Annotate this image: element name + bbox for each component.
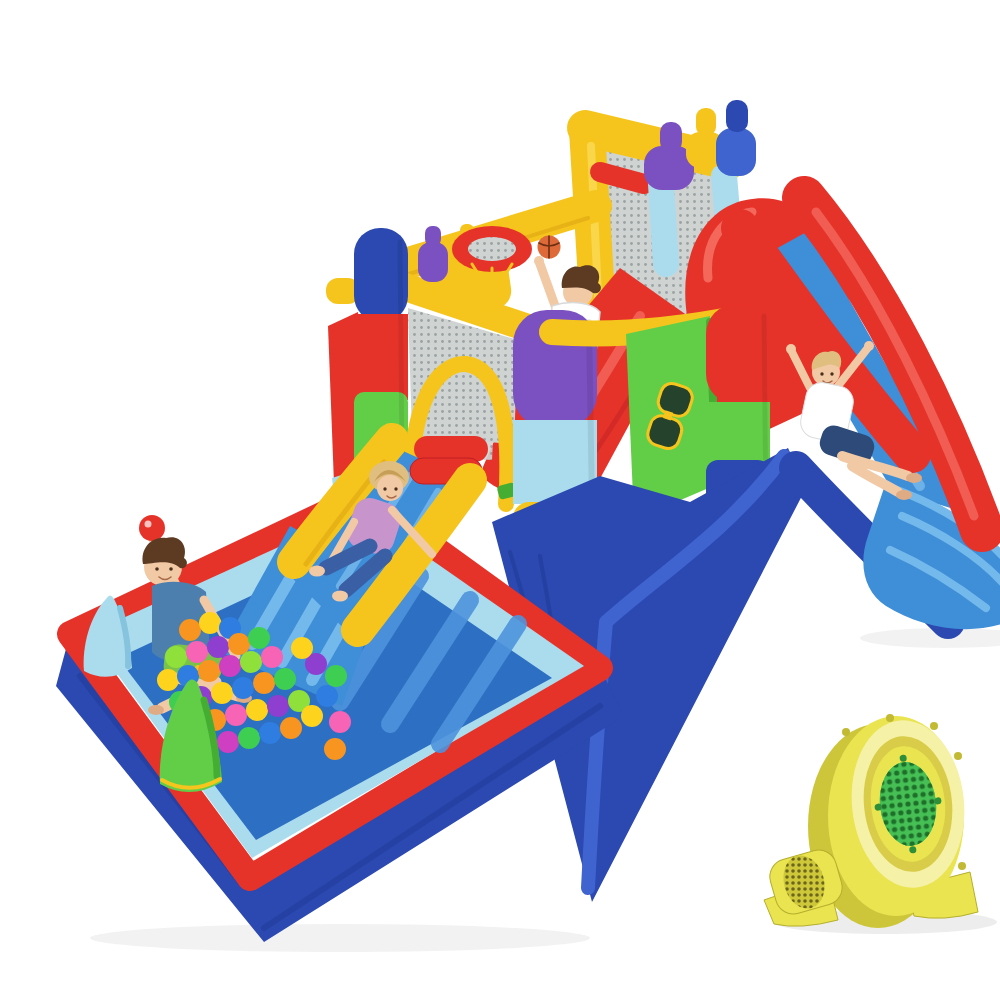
child-boy-foot bbox=[906, 473, 922, 483]
pit-ball bbox=[274, 668, 296, 690]
pit-ball bbox=[232, 677, 254, 699]
bolt bbox=[886, 714, 894, 722]
bolt bbox=[842, 728, 850, 736]
bolt bbox=[930, 722, 938, 730]
pit-ball bbox=[207, 636, 229, 658]
child-boy-hand bbox=[864, 341, 874, 351]
child-inside-hand bbox=[534, 256, 544, 266]
pit-ball bbox=[253, 672, 275, 694]
pit-ball bbox=[301, 705, 323, 727]
pit-ball bbox=[219, 655, 241, 677]
pit-ball bbox=[157, 669, 179, 691]
basketball bbox=[538, 236, 561, 259]
pool-shadow bbox=[90, 924, 590, 952]
child-girl-eye bbox=[383, 487, 386, 490]
red-hand-ball bbox=[139, 515, 165, 541]
child-girl-foot bbox=[332, 591, 348, 602]
pit-ball bbox=[261, 646, 283, 668]
pit-ball bbox=[228, 633, 250, 655]
pit-ball bbox=[198, 660, 220, 682]
child-girl-foot bbox=[309, 566, 325, 577]
pit-ball bbox=[291, 637, 313, 659]
child-girl-eye bbox=[394, 487, 397, 490]
child-boy-hand bbox=[786, 344, 796, 354]
pillar-right-green bbox=[706, 402, 770, 462]
child-pit-eye bbox=[169, 567, 173, 571]
child-boy-eye bbox=[830, 372, 833, 375]
pit-ball bbox=[259, 722, 281, 744]
shading bbox=[145, 521, 152, 528]
hoop-opening bbox=[468, 237, 516, 261]
pit-ball bbox=[248, 627, 270, 649]
child-boy-eye bbox=[820, 372, 823, 375]
air-blower bbox=[764, 714, 978, 928]
pit-ball bbox=[179, 619, 201, 641]
hoop-knob-purple bbox=[418, 242, 448, 282]
pit-ball bbox=[324, 738, 346, 760]
pit-ball bbox=[316, 685, 338, 707]
slide-shadow bbox=[860, 628, 1000, 648]
pillar-right-red bbox=[706, 304, 770, 404]
knob-blue-cap bbox=[726, 100, 748, 132]
pit-ball bbox=[329, 711, 351, 733]
pit-ball bbox=[186, 641, 208, 663]
knob-purple-cap bbox=[660, 122, 682, 152]
tower-red-bar bbox=[600, 172, 644, 184]
child-pit-foot bbox=[148, 705, 164, 715]
pit-ball bbox=[246, 699, 268, 721]
bolt bbox=[958, 862, 966, 870]
bounce-house-scene: Inflatable bounce house play park with c… bbox=[40, 16, 1000, 1000]
knob-blue bbox=[716, 128, 756, 176]
pit-ball bbox=[240, 651, 262, 673]
pit-ball bbox=[199, 612, 221, 634]
child-pit-eye bbox=[155, 567, 159, 571]
pit-ball bbox=[325, 665, 347, 687]
pit-ball bbox=[280, 717, 302, 739]
product-photo: Inflatable bounce house play park with c… bbox=[40, 16, 1000, 1000]
bolt bbox=[954, 752, 962, 760]
pit-ball bbox=[238, 727, 260, 749]
hoop-knob-purple-cap bbox=[425, 226, 441, 246]
pit-ball bbox=[267, 695, 289, 717]
knob-yellow-cap bbox=[696, 108, 716, 136]
pit-ball bbox=[211, 682, 233, 704]
pit-ball bbox=[165, 646, 187, 668]
pit-ball bbox=[217, 731, 239, 753]
child-boy-foot bbox=[896, 490, 912, 500]
pit-ball bbox=[225, 704, 247, 726]
basketball-hoop bbox=[418, 224, 532, 317]
